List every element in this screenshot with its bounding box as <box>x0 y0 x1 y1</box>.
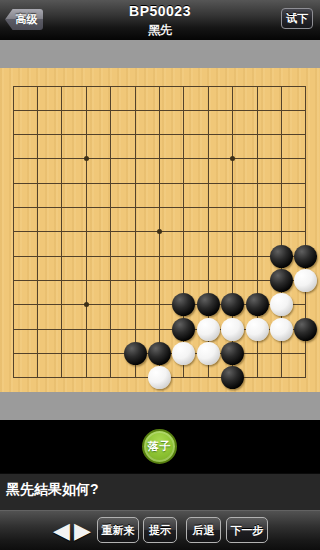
stone-black <box>221 293 244 316</box>
stone-white <box>246 318 269 341</box>
message-strip: 黑先結果如何? <box>0 473 320 510</box>
bracket-corner <box>164 235 173 244</box>
stone-white <box>294 269 317 292</box>
stone-black <box>270 269 293 292</box>
stone-black <box>221 366 244 389</box>
stone-white <box>148 366 171 389</box>
star-point <box>230 156 235 161</box>
stone-white <box>172 342 195 365</box>
app-screen: 高级 BP50023 黑先 试下 落子 黑先結果如何? ◀ ▶ 重新来 提示 后… <box>0 0 320 550</box>
stone-black <box>148 342 171 365</box>
placement-cursor-bracket <box>146 219 173 244</box>
stone-black <box>294 318 317 341</box>
grid-line-horizontal <box>13 280 306 281</box>
hint-button[interactable]: 提示 <box>143 517 177 543</box>
restart-button[interactable]: 重新来 <box>97 517 139 543</box>
stone-white <box>270 293 293 316</box>
stone-black <box>294 245 317 268</box>
try-move-button[interactable]: 试下 <box>281 8 313 29</box>
stone-black <box>172 293 195 316</box>
stone-black <box>270 245 293 268</box>
nav-bar: 高级 BP50023 黑先 试下 <box>0 0 320 41</box>
bottom-toolbar: ◀ ▶ 重新来 提示 后退 下一步 <box>0 510 320 550</box>
stone-white <box>221 318 244 341</box>
puzzle-id-title: BP50023 <box>60 3 260 19</box>
bracket-corner <box>146 235 155 244</box>
stone-black <box>246 293 269 316</box>
prev-arrow-icon[interactable]: ◀ <box>53 514 70 548</box>
stone-white <box>197 318 220 341</box>
board-section <box>0 40 320 420</box>
to-play-subtitle: 黑先 <box>60 22 260 39</box>
grid-line-horizontal <box>13 256 306 257</box>
bracket-corner <box>146 219 155 228</box>
stone-white <box>197 342 220 365</box>
bracket-corner <box>164 219 173 228</box>
stone-black <box>124 342 147 365</box>
stone-white <box>270 318 293 341</box>
star-point <box>84 302 89 307</box>
go-board[interactable] <box>0 68 320 392</box>
action-strip: 落子 <box>0 420 320 473</box>
next-arrow-icon[interactable]: ▶ <box>74 514 91 548</box>
stone-black <box>197 293 220 316</box>
star-point <box>84 156 89 161</box>
puzzle-question-text: 黑先結果如何? <box>6 481 99 499</box>
stone-black <box>221 342 244 365</box>
drop-stone-button[interactable]: 落子 <box>142 429 177 464</box>
back-button[interactable]: 高级 <box>5 9 43 30</box>
stone-black <box>172 318 195 341</box>
next-step-button[interactable]: 下一步 <box>226 517 268 543</box>
undo-button[interactable]: 后退 <box>186 517 221 543</box>
